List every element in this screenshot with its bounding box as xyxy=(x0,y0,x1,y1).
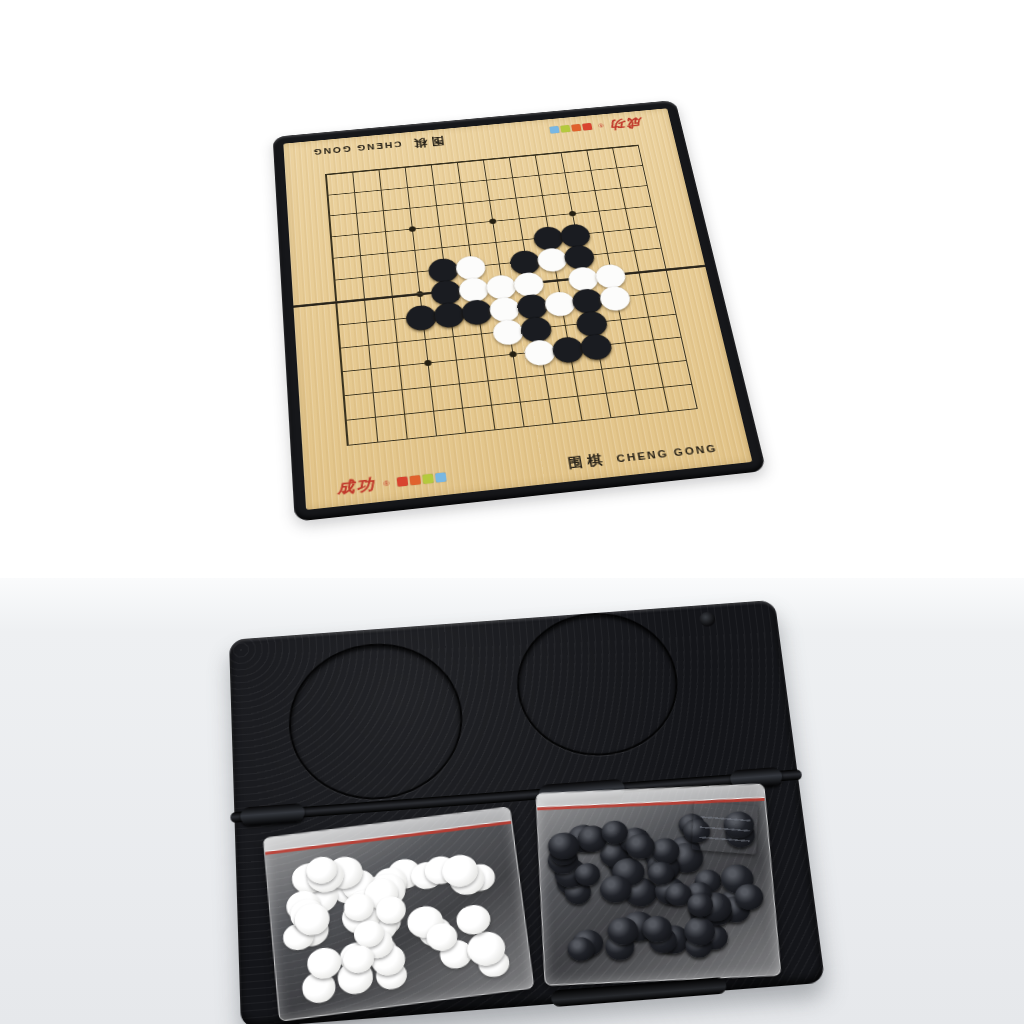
board-intersection xyxy=(354,354,385,381)
board-intersection xyxy=(339,180,367,203)
bagged-stone-black xyxy=(567,937,595,962)
board-intersection xyxy=(382,352,413,379)
board-intersection xyxy=(500,186,530,209)
board-intersection xyxy=(363,158,391,180)
board-intersection xyxy=(588,379,621,406)
board-intersection xyxy=(348,286,378,311)
board-intersection: ● xyxy=(580,332,612,358)
white-stones-bag xyxy=(263,806,535,1021)
board-intersection xyxy=(653,278,685,303)
board-intersection xyxy=(326,357,357,384)
board-intersection xyxy=(467,148,496,170)
board-intersection xyxy=(522,163,552,186)
board-intersection xyxy=(442,151,471,173)
board-intersection xyxy=(503,206,533,229)
board-intersection xyxy=(419,421,451,449)
board-intersection xyxy=(442,369,474,396)
board-intersection xyxy=(346,264,376,289)
board-intersection xyxy=(376,283,406,308)
board-intersection xyxy=(499,364,531,391)
board-plastic-frame: 成功® 围棋 CHENG GONG ●●●●●●●●●●●●●●●●●●●●●●… xyxy=(273,100,767,522)
board-intersection xyxy=(622,134,652,156)
registered-mark: ® xyxy=(598,122,605,129)
board-intersection xyxy=(493,146,522,168)
hinge-pin xyxy=(699,612,716,628)
board-intersection xyxy=(374,261,404,286)
logo-square xyxy=(560,125,570,133)
board-intersection xyxy=(319,267,348,292)
board-intersection xyxy=(673,370,707,397)
board-intersection xyxy=(343,221,372,245)
board-intersection xyxy=(314,203,342,226)
case-shell xyxy=(229,600,825,1024)
bagged-stone-black xyxy=(607,917,639,946)
logo-square xyxy=(549,126,559,134)
logo-square xyxy=(397,476,409,486)
board-intersection xyxy=(324,334,354,360)
board-intersection xyxy=(420,193,449,216)
board-intersection xyxy=(644,235,676,259)
board-intersection xyxy=(344,243,373,267)
board-intersection xyxy=(444,170,473,193)
brand-logo-squares xyxy=(549,123,592,134)
sticker-label xyxy=(692,801,758,854)
board-intersection xyxy=(385,375,416,402)
board-intersection xyxy=(358,402,389,430)
case-scene xyxy=(229,600,825,1024)
board-intersection xyxy=(387,399,419,427)
board-intersection xyxy=(411,349,442,376)
board-intersection xyxy=(439,346,470,372)
board-intersection xyxy=(450,211,480,235)
board-intersection xyxy=(470,168,499,191)
board-intersection xyxy=(369,219,398,243)
board-intersection xyxy=(470,366,502,393)
board-intersection xyxy=(360,427,392,455)
board-intersection xyxy=(350,308,380,334)
board-intersection xyxy=(365,178,394,201)
board-intersection xyxy=(392,175,421,198)
brand-name: 成功 xyxy=(608,115,644,132)
board-intersection xyxy=(311,163,339,186)
board-intersection xyxy=(584,355,617,382)
logo-square xyxy=(409,475,421,485)
board-intersection xyxy=(394,196,423,219)
board-intersection xyxy=(502,387,534,414)
board-intersection xyxy=(519,143,548,165)
board-intersection xyxy=(678,394,712,422)
board-intersection xyxy=(571,139,601,161)
board-intersection xyxy=(448,418,480,446)
board-intersection xyxy=(396,216,425,240)
board-intersection xyxy=(477,415,510,443)
board-intersection xyxy=(506,412,539,440)
brand-logo-squares xyxy=(397,472,447,487)
board-intersection xyxy=(371,240,400,264)
board-intersection xyxy=(356,378,387,405)
board-intersection xyxy=(316,224,345,248)
logo-square xyxy=(422,474,434,484)
board-intersection xyxy=(408,326,439,352)
game-title-cn: 围棋 xyxy=(410,134,445,150)
board-intersection xyxy=(574,158,604,180)
go-grid: ●●●●●●●●●●●●●●●●●●●●●●●●●●● xyxy=(311,134,712,458)
board-intersection xyxy=(548,161,578,183)
game-title-cn: 围棋 xyxy=(567,452,608,473)
board-intersection xyxy=(313,183,341,206)
board-intersection xyxy=(545,141,574,163)
registered-mark: ® xyxy=(383,479,390,488)
board-intersection xyxy=(496,166,525,189)
go-grid-cells: ●●●●●●●●●●●●●●●●●●●●●●●●●●● xyxy=(311,134,712,458)
go-board-scene: 成功® 围棋 CHENG GONG ●●●●●●●●●●●●●●●●●●●●●●… xyxy=(273,100,767,522)
logo-square xyxy=(582,123,592,131)
board-intersection xyxy=(630,173,661,196)
board-intersection xyxy=(560,381,593,408)
logo-square xyxy=(435,472,447,482)
board-intersection xyxy=(535,409,568,437)
board-intersection xyxy=(552,181,582,204)
board-intersection xyxy=(445,393,477,421)
board-intersection xyxy=(436,323,467,349)
board-intersection xyxy=(527,361,559,388)
board-intersection xyxy=(635,194,666,217)
board-intersection xyxy=(639,214,670,238)
logo-square xyxy=(571,124,581,132)
board-intersection xyxy=(317,245,346,269)
board-intersection xyxy=(473,188,503,211)
game-title-en: CHENG GONG xyxy=(312,140,402,157)
board-intersection xyxy=(658,300,691,325)
board-intersection xyxy=(331,430,363,458)
board-intersection xyxy=(390,424,422,452)
board-surface: 成功® 围棋 CHENG GONG ●●●●●●●●●●●●●●●●●●●●●●… xyxy=(283,108,752,510)
black-stones-bag xyxy=(535,783,781,985)
board-intersection xyxy=(329,405,360,433)
brand-group-bottom: 成功® xyxy=(336,467,447,498)
board-intersection xyxy=(341,201,370,224)
board-intersection xyxy=(337,160,365,182)
molded-circle-right xyxy=(512,608,686,762)
hinge-knuckle-left xyxy=(240,803,305,826)
board-intersection xyxy=(564,406,597,434)
board-intersection xyxy=(476,209,506,232)
board-intersection xyxy=(389,155,417,177)
board-intersection xyxy=(352,331,382,357)
board-intersection xyxy=(531,384,564,411)
board-intersection xyxy=(423,214,452,238)
board-intersection xyxy=(416,396,448,424)
board-intersection xyxy=(626,153,656,175)
board-intersection xyxy=(320,289,350,314)
bagged-stone-black xyxy=(574,862,601,886)
board-intersection xyxy=(399,237,429,261)
board-intersection xyxy=(668,346,701,372)
board-intersection xyxy=(467,343,499,369)
board-intersection xyxy=(416,153,445,175)
board-intersection xyxy=(367,198,396,221)
board-intersection xyxy=(578,178,608,201)
brand-name: 成功 xyxy=(336,475,376,499)
title-group-bottom: 围棋 CHENG GONG xyxy=(567,440,719,472)
board-intersection xyxy=(413,372,444,399)
board-intersection xyxy=(322,311,352,337)
brand-group-top: 成功® xyxy=(549,115,645,138)
board-intersection xyxy=(418,173,447,196)
board-intersection xyxy=(663,323,696,349)
molded-circle-left xyxy=(286,638,468,806)
game-title-en: CHENG GONG xyxy=(616,443,719,465)
product-photo-page: { "game": "Go (Weiqi) — magnetic folding… xyxy=(0,0,1024,1024)
board-intersection xyxy=(447,191,476,214)
board-intersection xyxy=(526,183,556,206)
board-intersection xyxy=(648,256,680,280)
board-intersection xyxy=(474,390,506,417)
board-intersection xyxy=(556,358,589,385)
board-intersection xyxy=(327,381,358,408)
board-intersection xyxy=(592,403,625,431)
board-intersection xyxy=(380,328,411,354)
